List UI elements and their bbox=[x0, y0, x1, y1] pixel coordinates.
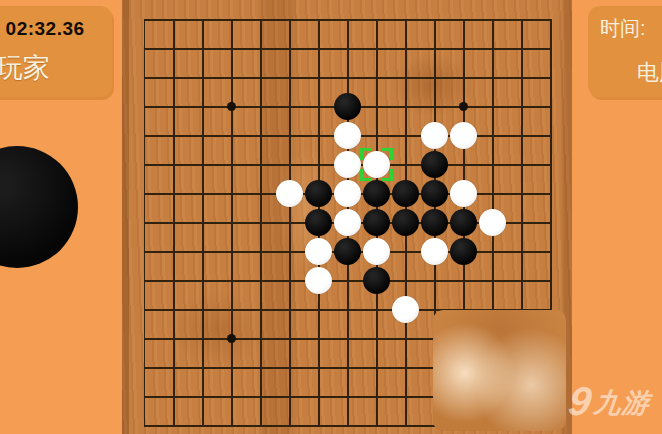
stone-black bbox=[334, 93, 361, 120]
stone-black bbox=[305, 180, 332, 207]
stone-white bbox=[421, 238, 448, 265]
marker-corner-tl bbox=[360, 148, 372, 160]
last-move-marker bbox=[360, 148, 393, 181]
player-name-label: 玩家 bbox=[0, 50, 50, 86]
stone-black bbox=[363, 180, 390, 207]
stone-white bbox=[334, 209, 361, 236]
stone-white bbox=[450, 180, 477, 207]
stone-black bbox=[392, 180, 419, 207]
player-stone-color-indicator bbox=[0, 146, 78, 268]
stone-white bbox=[334, 151, 361, 178]
stone-black bbox=[392, 209, 419, 236]
stone-black bbox=[421, 180, 448, 207]
player-time-row: 时间: 02:32.36 bbox=[0, 16, 85, 42]
computer-name-label: 电脑 bbox=[637, 58, 662, 88]
marker-corner-bl bbox=[360, 169, 372, 181]
star-point bbox=[227, 102, 236, 111]
watermark-text: 九游 bbox=[593, 390, 652, 417]
player-time-value: 02:32.36 bbox=[6, 18, 85, 39]
marker-corner-br bbox=[381, 169, 393, 181]
stone-black bbox=[421, 151, 448, 178]
stone-white bbox=[305, 267, 332, 294]
stone-black bbox=[363, 267, 390, 294]
stone-white bbox=[334, 122, 361, 149]
stone-white bbox=[421, 122, 448, 149]
star-point bbox=[227, 334, 236, 343]
stone-black bbox=[450, 209, 477, 236]
stone-black bbox=[450, 238, 477, 265]
watermark-9game-logo: 9 九游 bbox=[569, 381, 650, 421]
stone-white bbox=[392, 296, 419, 323]
star-point bbox=[459, 102, 468, 111]
stone-white bbox=[334, 180, 361, 207]
stone-white bbox=[479, 209, 506, 236]
marker-corner-tr bbox=[381, 148, 393, 160]
stone-white bbox=[305, 238, 332, 265]
stone-black bbox=[363, 209, 390, 236]
gomoku-board[interactable] bbox=[122, 0, 572, 434]
stone-white bbox=[363, 238, 390, 265]
stone-white bbox=[276, 180, 303, 207]
stone-black bbox=[334, 238, 361, 265]
blurred-overlay-patch bbox=[433, 310, 566, 431]
computer-time-label: 时间: bbox=[600, 15, 646, 42]
player-info-panel: 时间: 02:32.36 玩家 bbox=[0, 6, 112, 97]
stone-black bbox=[421, 209, 448, 236]
computer-info-panel: 时间: 电脑 bbox=[588, 6, 662, 97]
app: { "game": { "name": "gomoku", "board_siz… bbox=[0, 0, 662, 434]
stone-black bbox=[305, 209, 332, 236]
stone-white bbox=[450, 122, 477, 149]
